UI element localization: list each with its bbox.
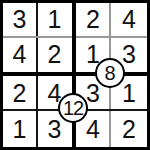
sudoku-board: 8 12 3124421324311342	[0, 0, 150, 150]
cell-r4c2[interactable]: 3	[38, 112, 72, 146]
cell-r4c1[interactable]: 1	[3, 112, 37, 146]
cell-r2c1[interactable]: 4	[3, 38, 37, 72]
cell-r2c2[interactable]: 2	[38, 38, 72, 72]
cell-r3c3[interactable]: 3	[76, 76, 110, 110]
cell-r4c4[interactable]: 2	[112, 112, 146, 146]
cell-r1c3[interactable]: 2	[76, 3, 110, 37]
cell-r3c1[interactable]: 2	[3, 76, 37, 110]
cell-r1c2[interactable]: 1	[38, 3, 72, 37]
cell-r3c4[interactable]: 1	[112, 76, 146, 110]
cell-r2c3[interactable]: 1	[76, 38, 110, 72]
cell-r1c4[interactable]: 4	[112, 3, 146, 37]
cell-r4c3[interactable]: 4	[76, 112, 110, 146]
cell-r1c1[interactable]: 3	[3, 3, 37, 37]
cell-r3c2[interactable]: 4	[38, 76, 72, 110]
cell-r2c4[interactable]: 3	[112, 38, 146, 72]
